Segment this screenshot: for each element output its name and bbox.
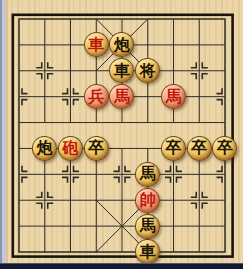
piece-black-chariot[interactable]: 車 <box>109 58 134 83</box>
piece-glyph: 車 <box>114 62 130 78</box>
piece-glyph: 卒 <box>88 140 104 156</box>
piece-red-cannon[interactable]: 砲 <box>58 136 83 161</box>
piece-black-horse[interactable]: 馬 <box>135 214 160 239</box>
piece-black-soldier[interactable]: 卒 <box>161 136 186 161</box>
piece-glyph: 馬 <box>140 166 156 182</box>
board[interactable]: 車炮車将兵馬馬炮砲卒卒卒卒馬帥馬車 <box>6 6 238 265</box>
piece-red-horse[interactable]: 馬 <box>109 84 134 109</box>
piece-glyph: 車 <box>140 243 156 259</box>
window-edge-bottom <box>0 263 243 269</box>
piece-glyph: 炮 <box>114 36 130 52</box>
piece-glyph: 炮 <box>37 140 53 156</box>
piece-black-cannon[interactable]: 炮 <box>32 136 57 161</box>
piece-red-general[interactable]: 帥 <box>135 188 160 213</box>
piece-black-soldier[interactable]: 卒 <box>187 136 212 161</box>
piece-glyph: 卒 <box>165 140 181 156</box>
piece-glyph: 将 <box>140 62 156 78</box>
window-edge-left <box>0 0 8 269</box>
piece-glyph: 兵 <box>88 88 104 104</box>
piece-glyph: 馬 <box>114 88 130 104</box>
piece-red-chariot[interactable]: 車 <box>84 32 109 57</box>
piece-red-soldier[interactable]: 兵 <box>84 84 109 109</box>
piece-glyph: 車 <box>88 36 104 52</box>
piece-glyph: 馬 <box>140 218 156 234</box>
piece-glyph: 帥 <box>140 192 156 208</box>
piece-black-horse[interactable]: 馬 <box>135 162 160 187</box>
piece-black-cannon[interactable]: 炮 <box>109 32 134 57</box>
piece-glyph: 砲 <box>62 140 78 156</box>
piece-black-soldier[interactable]: 卒 <box>212 136 237 161</box>
piece-glyph: 卒 <box>217 140 233 156</box>
piece-glyph: 卒 <box>191 140 207 156</box>
piece-red-horse[interactable]: 馬 <box>161 84 186 109</box>
piece-black-general[interactable]: 将 <box>135 58 160 83</box>
piece-black-soldier[interactable]: 卒 <box>84 136 109 161</box>
piece-black-chariot[interactable]: 車 <box>135 239 160 264</box>
piece-glyph: 馬 <box>165 88 181 104</box>
xiangqi-window: 車炮車将兵馬馬炮砲卒卒卒卒馬帥馬車 <box>0 0 243 269</box>
